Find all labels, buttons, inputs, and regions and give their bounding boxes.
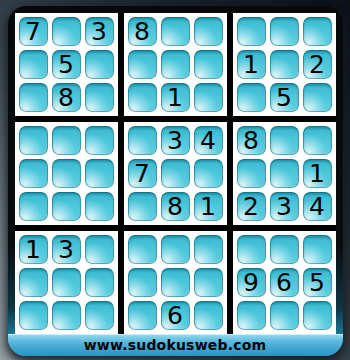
cell-digit: 1	[167, 85, 183, 110]
cell-digit: 3	[91, 19, 107, 44]
cell-r6c2[interactable]	[52, 192, 81, 221]
cell-r8c5[interactable]	[161, 268, 190, 297]
cell-r8c7[interactable]: 9	[237, 268, 266, 297]
cell-r4c4[interactable]	[128, 126, 157, 155]
cell-r1c4[interactable]: 8	[128, 17, 157, 46]
cell-r6c1[interactable]	[19, 192, 48, 221]
cell-r8c3[interactable]	[85, 268, 114, 297]
cell-r4c2[interactable]	[52, 126, 81, 155]
cell-digit: 1	[200, 194, 216, 219]
cell-r3c4[interactable]	[128, 83, 157, 112]
cell-r1c9[interactable]	[303, 17, 332, 46]
cell-r5c1[interactable]	[19, 159, 48, 188]
cell-r5c3[interactable]	[85, 159, 114, 188]
cell-r1c3[interactable]: 3	[85, 17, 114, 46]
cell-r3c7[interactable]	[237, 83, 266, 112]
box-6: 81234	[233, 122, 336, 225]
box-8: 6	[124, 231, 227, 334]
cell-r6c6[interactable]: 1	[194, 192, 223, 221]
cell-r2c8[interactable]	[270, 50, 299, 79]
cell-r3c5[interactable]: 1	[161, 83, 190, 112]
cell-digit: 8	[167, 194, 183, 219]
cell-r2c6[interactable]	[194, 50, 223, 79]
box-2: 81	[124, 13, 227, 116]
cell-r5c2[interactable]	[52, 159, 81, 188]
cell-r7c6[interactable]	[194, 235, 223, 264]
cell-r9c6[interactable]	[194, 301, 223, 330]
cell-r6c4[interactable]	[128, 192, 157, 221]
cell-digit: 1	[25, 237, 41, 262]
cell-r9c5[interactable]: 6	[161, 301, 190, 330]
cell-digit: 6	[276, 270, 292, 295]
box-7: 13	[15, 231, 118, 334]
cell-r1c2[interactable]	[52, 17, 81, 46]
cell-r8c4[interactable]	[128, 268, 157, 297]
cell-digit: 5	[309, 270, 325, 295]
cell-r3c6[interactable]	[194, 83, 223, 112]
cell-r9c8[interactable]	[270, 301, 299, 330]
cell-digit: 2	[309, 52, 325, 77]
cell-r4c5[interactable]: 3	[161, 126, 190, 155]
cell-r7c2[interactable]: 3	[52, 235, 81, 264]
cell-digit: 4	[309, 194, 325, 219]
cell-r4c8[interactable]	[270, 126, 299, 155]
cell-r7c4[interactable]	[128, 235, 157, 264]
cell-r7c5[interactable]	[161, 235, 190, 264]
cell-r6c8[interactable]: 3	[270, 192, 299, 221]
cell-r3c1[interactable]	[19, 83, 48, 112]
cell-r6c3[interactable]	[85, 192, 114, 221]
cell-r1c8[interactable]	[270, 17, 299, 46]
cell-r4c9[interactable]	[303, 126, 332, 155]
cell-digit: 5	[58, 52, 74, 77]
cell-r3c3[interactable]	[85, 83, 114, 112]
cell-digit: 3	[276, 194, 292, 219]
cell-r5c9[interactable]: 1	[303, 159, 332, 188]
cell-digit: 1	[243, 52, 259, 77]
cell-r2c9[interactable]: 2	[303, 50, 332, 79]
cell-r7c7[interactable]	[237, 235, 266, 264]
box-3: 125	[233, 13, 336, 116]
cell-r3c8[interactable]: 5	[270, 83, 299, 112]
cell-r6c9[interactable]: 4	[303, 192, 332, 221]
cell-r8c1[interactable]	[19, 268, 48, 297]
cell-r2c7[interactable]: 1	[237, 50, 266, 79]
cell-digit: 7	[134, 161, 150, 186]
cell-digit: 1	[309, 161, 325, 186]
cell-r4c3[interactable]	[85, 126, 114, 155]
footer-bar: www.sudokusweb.com	[8, 334, 343, 356]
cell-digit: 8	[134, 19, 150, 44]
cell-r1c5[interactable]	[161, 17, 190, 46]
cell-r6c7[interactable]: 2	[237, 192, 266, 221]
cell-r1c6[interactable]	[194, 17, 223, 46]
cell-digit: 7	[25, 19, 41, 44]
cell-r3c9[interactable]	[303, 83, 332, 112]
cell-digit: 4	[200, 128, 216, 153]
cell-r7c8[interactable]	[270, 235, 299, 264]
cell-r8c2[interactable]	[52, 268, 81, 297]
cell-r2c1[interactable]	[19, 50, 48, 79]
cell-digit: 9	[243, 270, 259, 295]
cell-digit: 6	[167, 303, 183, 328]
cell-r5c7[interactable]	[237, 159, 266, 188]
cell-r1c1[interactable]: 7	[19, 17, 48, 46]
site-link[interactable]: www.sudokusweb.com	[84, 337, 267, 353]
cell-r9c1[interactable]	[19, 301, 48, 330]
cell-r2c4[interactable]	[128, 50, 157, 79]
box-1: 7358	[15, 13, 118, 116]
cell-r5c8[interactable]	[270, 159, 299, 188]
cell-digit: 3	[58, 237, 74, 262]
cell-digit: 8	[243, 128, 259, 153]
cell-r2c3[interactable]	[85, 50, 114, 79]
cell-r9c9[interactable]	[303, 301, 332, 330]
cell-r4c1[interactable]	[19, 126, 48, 155]
cell-r4c7[interactable]: 8	[237, 126, 266, 155]
cell-digit: 2	[243, 194, 259, 219]
cell-digit: 5	[276, 85, 292, 110]
cell-r8c8[interactable]: 6	[270, 268, 299, 297]
box-5: 34781	[124, 122, 227, 225]
cell-r5c5[interactable]	[161, 159, 190, 188]
cell-r8c9[interactable]: 5	[303, 268, 332, 297]
cell-r5c6[interactable]	[194, 159, 223, 188]
sudoku-grid: 7358811253478181234136965	[15, 13, 336, 334]
cell-r8c6[interactable]	[194, 268, 223, 297]
cell-r4c6[interactable]: 4	[194, 126, 223, 155]
cell-digit: 8	[58, 85, 74, 110]
cell-r7c9[interactable]	[303, 235, 332, 264]
box-4	[15, 122, 118, 225]
cell-r2c5[interactable]	[161, 50, 190, 79]
cell-r6c5[interactable]: 8	[161, 192, 190, 221]
cell-digit: 3	[167, 128, 183, 153]
cell-r2c2[interactable]: 5	[52, 50, 81, 79]
cell-r7c3[interactable]	[85, 235, 114, 264]
box-9: 965	[233, 231, 336, 334]
cell-r9c3[interactable]	[85, 301, 114, 330]
cell-r9c2[interactable]	[52, 301, 81, 330]
cell-r3c2[interactable]: 8	[52, 83, 81, 112]
cell-r9c4[interactable]	[128, 301, 157, 330]
cell-r7c1[interactable]: 1	[19, 235, 48, 264]
cell-r9c7[interactable]	[237, 301, 266, 330]
cell-r1c7[interactable]	[237, 17, 266, 46]
sudoku-board: 7358811253478181234136965 www.sudokusweb…	[8, 6, 343, 356]
cell-r5c4[interactable]: 7	[128, 159, 157, 188]
